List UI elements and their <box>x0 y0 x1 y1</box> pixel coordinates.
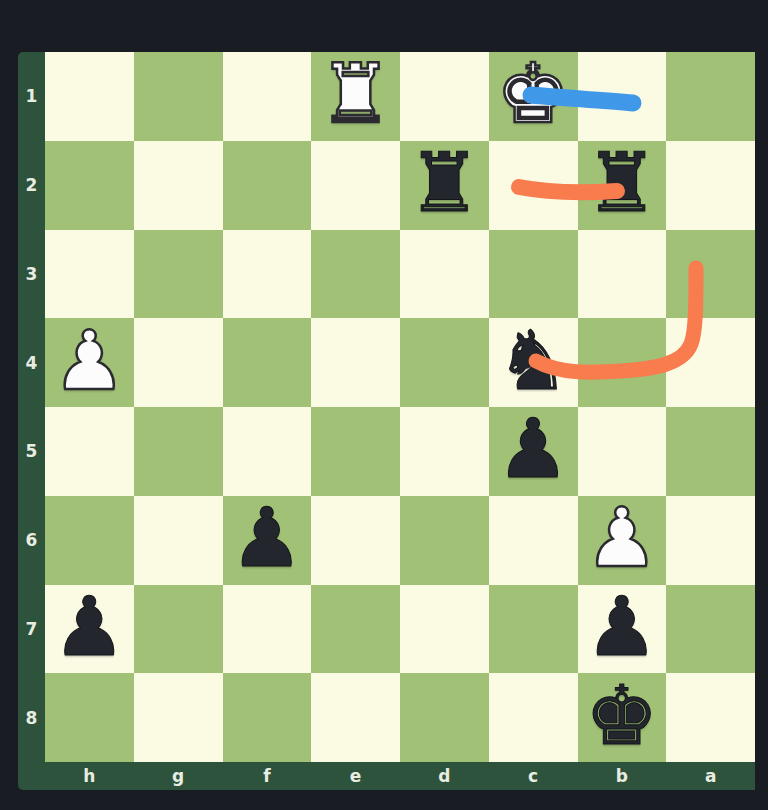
piece-black-pawn-h7[interactable]: ♟ <box>53 586 127 668</box>
square-a4[interactable] <box>666 318 755 407</box>
square-f7[interactable] <box>223 585 312 674</box>
square-c1[interactable]: ♚ <box>489 52 578 141</box>
square-e2[interactable] <box>311 141 400 230</box>
square-b2[interactable]: ♜ <box>578 141 667 230</box>
square-g1[interactable] <box>134 52 223 141</box>
square-e4[interactable] <box>311 318 400 407</box>
square-h6[interactable] <box>45 496 134 585</box>
square-g2[interactable] <box>134 141 223 230</box>
square-f8[interactable] <box>223 673 312 762</box>
square-c5[interactable]: ♟ <box>489 407 578 496</box>
piece-black-pawn-f6[interactable]: ♟ <box>230 497 304 579</box>
rank-label-7: 7 <box>18 585 45 674</box>
square-d3[interactable] <box>400 230 489 319</box>
square-c6[interactable] <box>489 496 578 585</box>
file-label-a: a <box>666 762 755 790</box>
square-e3[interactable] <box>311 230 400 319</box>
piece-white-rook-e1[interactable]: ♜ <box>319 53 393 135</box>
square-b3[interactable] <box>578 230 667 319</box>
square-g6[interactable] <box>134 496 223 585</box>
square-b6[interactable]: ♟ <box>578 496 667 585</box>
square-g7[interactable] <box>134 585 223 674</box>
rank-label-1: 1 <box>18 52 45 141</box>
square-a7[interactable] <box>666 585 755 674</box>
square-h5[interactable] <box>45 407 134 496</box>
rank-label-3: 3 <box>18 230 45 319</box>
file-label-g: g <box>134 762 223 790</box>
piece-white-king-c1[interactable]: ♚ <box>496 53 570 135</box>
square-c2[interactable] <box>489 141 578 230</box>
rank-labels: 12345678 <box>18 52 45 762</box>
chess-board: 12345678 ♜♚♜♜♟♞♟♟♟♟♟♚ hgfedcba <box>18 52 755 790</box>
square-f2[interactable] <box>223 141 312 230</box>
square-h1[interactable] <box>45 52 134 141</box>
square-g8[interactable] <box>134 673 223 762</box>
square-a3[interactable] <box>666 230 755 319</box>
square-h3[interactable] <box>45 230 134 319</box>
file-label-h: h <box>45 762 134 790</box>
square-g3[interactable] <box>134 230 223 319</box>
square-b8[interactable]: ♚ <box>578 673 667 762</box>
square-c3[interactable] <box>489 230 578 319</box>
file-label-c: c <box>489 762 578 790</box>
square-f4[interactable] <box>223 318 312 407</box>
square-c8[interactable] <box>489 673 578 762</box>
file-label-f: f <box>223 762 312 790</box>
square-a2[interactable] <box>666 141 755 230</box>
square-a5[interactable] <box>666 407 755 496</box>
square-c7[interactable] <box>489 585 578 674</box>
piece-black-knight-c4[interactable]: ♞ <box>496 320 570 402</box>
square-g4[interactable] <box>134 318 223 407</box>
square-e8[interactable] <box>311 673 400 762</box>
piece-white-pawn-h4[interactable]: ♟ <box>53 320 127 402</box>
rank-label-5: 5 <box>18 407 45 496</box>
piece-black-rook-d2[interactable]: ♜ <box>408 142 482 224</box>
square-b7[interactable]: ♟ <box>578 585 667 674</box>
square-e5[interactable] <box>311 407 400 496</box>
square-h4[interactable]: ♟ <box>45 318 134 407</box>
rank-label-6: 6 <box>18 496 45 585</box>
square-d7[interactable] <box>400 585 489 674</box>
square-d2[interactable]: ♜ <box>400 141 489 230</box>
square-f6[interactable]: ♟ <box>223 496 312 585</box>
piece-black-pawn-c5[interactable]: ♟ <box>496 408 570 490</box>
piece-black-pawn-b7[interactable]: ♟ <box>585 586 659 668</box>
square-h2[interactable] <box>45 141 134 230</box>
piece-black-rook-b2[interactable]: ♜ <box>585 142 659 224</box>
square-a6[interactable] <box>666 496 755 585</box>
file-labels: hgfedcba <box>45 762 755 790</box>
piece-white-pawn-b6[interactable]: ♟ <box>585 497 659 579</box>
square-d4[interactable] <box>400 318 489 407</box>
file-label-b: b <box>578 762 667 790</box>
square-a8[interactable] <box>666 673 755 762</box>
piece-black-king-b8[interactable]: ♚ <box>585 675 659 757</box>
squares-grid: ♜♚♜♜♟♞♟♟♟♟♟♚ <box>45 52 755 762</box>
square-c4[interactable]: ♞ <box>489 318 578 407</box>
rank-label-4: 4 <box>18 318 45 407</box>
square-d5[interactable] <box>400 407 489 496</box>
square-g5[interactable] <box>134 407 223 496</box>
square-f1[interactable] <box>223 52 312 141</box>
square-d1[interactable] <box>400 52 489 141</box>
rank-label-2: 2 <box>18 141 45 230</box>
square-f5[interactable] <box>223 407 312 496</box>
square-e6[interactable] <box>311 496 400 585</box>
square-d6[interactable] <box>400 496 489 585</box>
square-e7[interactable] <box>311 585 400 674</box>
file-label-d: d <box>400 762 489 790</box>
file-label-e: e <box>311 762 400 790</box>
square-b1[interactable] <box>578 52 667 141</box>
square-b4[interactable] <box>578 318 667 407</box>
square-b5[interactable] <box>578 407 667 496</box>
square-h7[interactable]: ♟ <box>45 585 134 674</box>
square-e1[interactable]: ♜ <box>311 52 400 141</box>
rank-label-8: 8 <box>18 673 45 762</box>
square-d8[interactable] <box>400 673 489 762</box>
square-f3[interactable] <box>223 230 312 319</box>
square-a1[interactable] <box>666 52 755 141</box>
square-h8[interactable] <box>45 673 134 762</box>
